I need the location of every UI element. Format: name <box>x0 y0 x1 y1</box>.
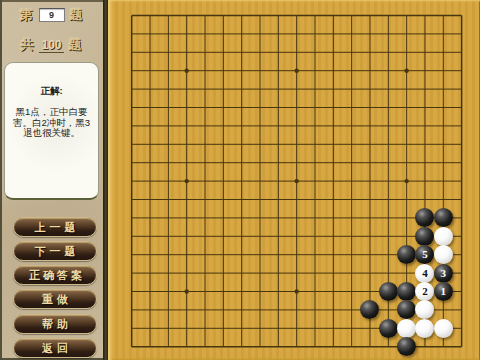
problem-number-input[interactable]: 9 <box>39 8 65 22</box>
go-board[interactable]: 54321 <box>108 0 480 360</box>
control-panel: 第 9 题 共 100 题 正解: 黑1点，正中白要害。白2冲时，黑3退也很关键… <box>0 0 103 360</box>
total-number-label: 100 <box>39 38 63 53</box>
next-problem-button[interactable]: 下一题 <box>13 241 97 261</box>
move-number: 1 <box>441 286 447 297</box>
stone-white <box>434 319 453 338</box>
answer-title: 正解: <box>5 85 98 98</box>
total-prefix-label: 共 <box>20 36 34 54</box>
tsumego-app-window: 第 9 题 共 100 题 正解: 黑1点，正中白要害。白2冲时，黑3退也很关键… <box>0 0 480 360</box>
stone-black-move-3: 3 <box>434 264 453 283</box>
total-problems-row: 共 100 题 <box>0 36 103 54</box>
previous-problem-button[interactable]: 上一题 <box>13 217 97 237</box>
correct-answer-button[interactable]: 正确答案 <box>13 265 97 285</box>
stone-white-move-4: 4 <box>415 264 434 283</box>
problem-prefix-label: 第 <box>20 6 34 24</box>
stone-white <box>434 227 453 246</box>
stone-black <box>379 282 398 301</box>
help-button[interactable]: 帮助 <box>13 314 97 334</box>
move-number: 4 <box>422 268 428 279</box>
star-point <box>184 69 188 73</box>
stone-white <box>434 245 453 264</box>
star-point <box>184 179 188 183</box>
redo-button[interactable]: 重做 <box>13 289 97 309</box>
answer-explanation-box: 正解: 黑1点，正中白要害。白2冲时，黑3退也很关键。 <box>4 62 99 200</box>
stone-black-move-1: 1 <box>434 282 453 301</box>
stone-white <box>397 319 416 338</box>
move-number: 2 <box>422 286 428 297</box>
problem-number-row: 第 9 题 <box>0 6 103 24</box>
total-suffix-label: 题 <box>69 36 83 54</box>
star-point <box>294 69 298 73</box>
star-point <box>294 289 298 293</box>
stone-black <box>397 282 416 301</box>
star-point <box>294 179 298 183</box>
stone-black <box>379 319 398 338</box>
move-number: 5 <box>422 249 428 260</box>
answer-text: 黑1点，正中白要害。白2冲时，黑3退也很关键。 <box>5 107 98 139</box>
problem-suffix-label: 题 <box>70 6 84 24</box>
star-point <box>404 179 408 183</box>
move-number: 3 <box>441 268 447 279</box>
star-point <box>404 69 408 73</box>
star-point <box>184 289 188 293</box>
return-button[interactable]: 返回 <box>13 338 97 358</box>
